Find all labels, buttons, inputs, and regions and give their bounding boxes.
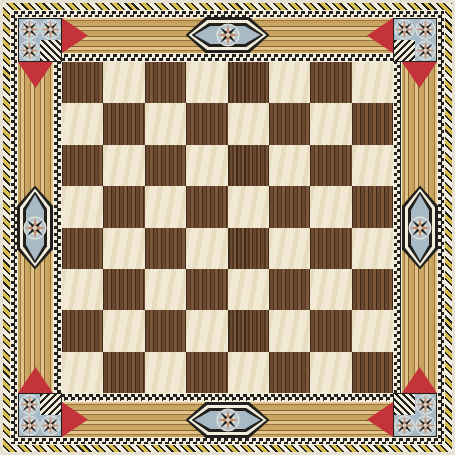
square-a7[interactable]: [62, 103, 103, 144]
square-e3[interactable]: [228, 269, 269, 310]
square-a3[interactable]: [62, 269, 103, 310]
square-g1[interactable]: [310, 352, 351, 393]
square-e2[interactable]: [228, 310, 269, 351]
square-h8[interactable]: [352, 62, 393, 103]
square-d5[interactable]: [186, 186, 227, 227]
eight-point-star-icon: [23, 216, 47, 240]
corner-panel-bottom-left: [18, 393, 62, 437]
eight-point-star-icon: [40, 19, 61, 40]
square-c4[interactable]: [145, 228, 186, 269]
square-c7[interactable]: [145, 103, 186, 144]
square-d7[interactable]: [186, 103, 227, 144]
decorative-chessboard: [0, 0, 455, 455]
square-f4[interactable]: [269, 228, 310, 269]
square-f8[interactable]: [269, 62, 310, 103]
eight-point-star-icon: [415, 415, 436, 436]
square-h4[interactable]: [352, 228, 393, 269]
corner-panel-bottom-right: [393, 393, 437, 437]
square-g5[interactable]: [310, 186, 351, 227]
square-f3[interactable]: [269, 269, 310, 310]
square-g3[interactable]: [310, 269, 351, 310]
square-h3[interactable]: [352, 269, 393, 310]
square-b8[interactable]: [103, 62, 144, 103]
square-b7[interactable]: [103, 103, 144, 144]
square-a1[interactable]: [62, 352, 103, 393]
star-medallion-bottom: [186, 402, 270, 438]
square-a4[interactable]: [62, 228, 103, 269]
square-f7[interactable]: [269, 103, 310, 144]
square-a5[interactable]: [62, 186, 103, 227]
eight-point-star-icon: [394, 415, 415, 436]
square-f5[interactable]: [269, 186, 310, 227]
board-grid: [62, 62, 393, 393]
square-d3[interactable]: [186, 269, 227, 310]
square-e6[interactable]: [228, 145, 269, 186]
square-c5[interactable]: [145, 186, 186, 227]
corner-chevron-tile: [394, 40, 415, 61]
eight-point-star-icon: [415, 19, 436, 40]
square-b5[interactable]: [103, 186, 144, 227]
square-g7[interactable]: [310, 103, 351, 144]
eight-point-star-icon: [19, 40, 40, 61]
square-f1[interactable]: [269, 352, 310, 393]
star-medallion-left: [17, 186, 53, 270]
square-b2[interactable]: [103, 310, 144, 351]
eight-point-star-icon: [216, 408, 240, 432]
square-e7[interactable]: [228, 103, 269, 144]
eight-point-star-icon: [415, 40, 436, 61]
square-c1[interactable]: [145, 352, 186, 393]
square-h5[interactable]: [352, 186, 393, 227]
corner-panel-top-left: [18, 18, 62, 62]
square-b6[interactable]: [103, 145, 144, 186]
square-h6[interactable]: [352, 145, 393, 186]
square-g2[interactable]: [310, 310, 351, 351]
square-h1[interactable]: [352, 352, 393, 393]
corner-chevron-tile: [40, 40, 61, 61]
eight-point-star-icon: [394, 19, 415, 40]
eight-point-star-icon: [19, 394, 40, 415]
square-g6[interactable]: [310, 145, 351, 186]
star-medallion-top: [186, 17, 270, 53]
square-e5[interactable]: [228, 186, 269, 227]
square-g8[interactable]: [310, 62, 351, 103]
square-d2[interactable]: [186, 310, 227, 351]
square-e8[interactable]: [228, 62, 269, 103]
eight-point-star-icon: [408, 216, 432, 240]
square-c2[interactable]: [145, 310, 186, 351]
eight-point-star-icon: [19, 19, 40, 40]
square-g4[interactable]: [310, 228, 351, 269]
square-b3[interactable]: [103, 269, 144, 310]
square-d1[interactable]: [186, 352, 227, 393]
star-medallion-right: [402, 186, 438, 270]
square-f2[interactable]: [269, 310, 310, 351]
square-d4[interactable]: [186, 228, 227, 269]
eight-point-star-icon: [216, 23, 240, 47]
square-d8[interactable]: [186, 62, 227, 103]
square-c6[interactable]: [145, 145, 186, 186]
square-e4[interactable]: [228, 228, 269, 269]
corner-panel-top-right: [393, 18, 437, 62]
square-a6[interactable]: [62, 145, 103, 186]
eight-point-star-icon: [40, 415, 61, 436]
square-h2[interactable]: [352, 310, 393, 351]
square-c3[interactable]: [145, 269, 186, 310]
square-a8[interactable]: [62, 62, 103, 103]
square-c8[interactable]: [145, 62, 186, 103]
square-e1[interactable]: [228, 352, 269, 393]
eight-point-star-icon: [415, 394, 436, 415]
corner-chevron-tile: [394, 394, 415, 415]
square-a2[interactable]: [62, 310, 103, 351]
square-b1[interactable]: [103, 352, 144, 393]
square-b4[interactable]: [103, 228, 144, 269]
eight-point-star-icon: [19, 415, 40, 436]
square-h7[interactable]: [352, 103, 393, 144]
square-f6[interactable]: [269, 145, 310, 186]
corner-chevron-tile: [40, 394, 61, 415]
square-d6[interactable]: [186, 145, 227, 186]
